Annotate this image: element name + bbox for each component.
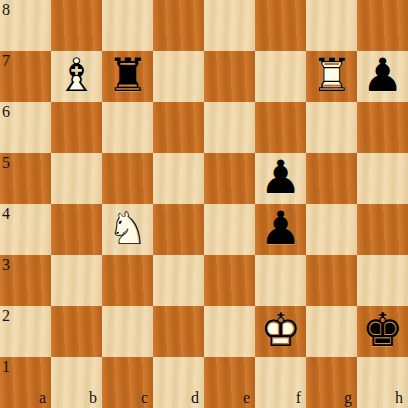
square-d6[interactable]: [153, 102, 204, 153]
square-e4[interactable]: [204, 204, 255, 255]
square-c7[interactable]: ♜: [102, 51, 153, 102]
square-f6[interactable]: [255, 102, 306, 153]
square-c2[interactable]: [102, 306, 153, 357]
rank-label-7: 7: [2, 53, 10, 69]
square-b2[interactable]: [51, 306, 102, 357]
square-b8[interactable]: [51, 0, 102, 51]
square-c4[interactable]: ♞♘: [102, 204, 153, 255]
square-g5[interactable]: [306, 153, 357, 204]
black-pawn[interactable]: ♟: [255, 153, 306, 204]
square-f2[interactable]: ♚♔: [255, 306, 306, 357]
square-f8[interactable]: [255, 0, 306, 51]
rank-label-6: 6: [2, 104, 10, 120]
square-d7[interactable]: [153, 51, 204, 102]
square-d4[interactable]: [153, 204, 204, 255]
square-c6[interactable]: [102, 102, 153, 153]
square-a3[interactable]: 3: [0, 255, 51, 306]
square-c3[interactable]: [102, 255, 153, 306]
white-rook[interactable]: ♜♖: [306, 51, 357, 102]
square-d1[interactable]: d: [153, 357, 204, 408]
square-b6[interactable]: [51, 102, 102, 153]
file-label-e: e: [243, 390, 250, 406]
square-e7[interactable]: [204, 51, 255, 102]
square-h8[interactable]: [357, 0, 408, 51]
white-king[interactable]: ♚♔: [255, 306, 306, 357]
square-a8[interactable]: 8: [0, 0, 51, 51]
square-e8[interactable]: [204, 0, 255, 51]
square-g2[interactable]: [306, 306, 357, 357]
white-king-outline: ♔: [260, 307, 301, 353]
square-a4[interactable]: 4: [0, 204, 51, 255]
rank-label-5: 5: [2, 155, 10, 171]
file-label-a: a: [39, 390, 46, 406]
chess-board: 87♝♗♜♜♖♟65♟4♞♘♟32♚♔♚1abcdefgh: [0, 0, 408, 408]
file-label-b: b: [89, 390, 97, 406]
square-a7[interactable]: 7: [0, 51, 51, 102]
square-c8[interactable]: [102, 0, 153, 51]
white-bishop[interactable]: ♝♗: [51, 51, 102, 102]
square-e6[interactable]: [204, 102, 255, 153]
black-rook[interactable]: ♜: [102, 51, 153, 102]
rank-label-3: 3: [2, 257, 10, 273]
square-b3[interactable]: [51, 255, 102, 306]
square-g1[interactable]: g: [306, 357, 357, 408]
chess-board-window: 87♝♗♜♜♖♟65♟4♞♘♟32♚♔♚1abcdefgh: [0, 0, 408, 408]
file-label-f: f: [296, 390, 301, 406]
square-d3[interactable]: [153, 255, 204, 306]
square-g6[interactable]: [306, 102, 357, 153]
file-label-d: d: [191, 390, 199, 406]
black-pawn[interactable]: ♟: [357, 51, 408, 102]
square-b1[interactable]: b: [51, 357, 102, 408]
square-h3[interactable]: [357, 255, 408, 306]
square-c5[interactable]: [102, 153, 153, 204]
square-h7[interactable]: ♟: [357, 51, 408, 102]
square-e5[interactable]: [204, 153, 255, 204]
square-h2[interactable]: ♚: [357, 306, 408, 357]
square-h5[interactable]: [357, 153, 408, 204]
black-pawn-glyph: ♟: [260, 205, 301, 251]
square-d8[interactable]: [153, 0, 204, 51]
rank-label-8: 8: [2, 2, 10, 18]
square-b7[interactable]: ♝♗: [51, 51, 102, 102]
square-e3[interactable]: [204, 255, 255, 306]
file-label-h: h: [395, 390, 403, 406]
black-rook-glyph: ♜: [107, 52, 148, 98]
square-a5[interactable]: 5: [0, 153, 51, 204]
square-a6[interactable]: 6: [0, 102, 51, 153]
white-bishop-outline: ♗: [56, 52, 97, 98]
square-d2[interactable]: [153, 306, 204, 357]
square-e1[interactable]: e: [204, 357, 255, 408]
square-f5[interactable]: ♟: [255, 153, 306, 204]
square-a2[interactable]: 2: [0, 306, 51, 357]
square-g8[interactable]: [306, 0, 357, 51]
black-pawn-glyph: ♟: [362, 52, 403, 98]
square-b5[interactable]: [51, 153, 102, 204]
square-a1[interactable]: 1a: [0, 357, 51, 408]
square-f7[interactable]: [255, 51, 306, 102]
square-d5[interactable]: [153, 153, 204, 204]
square-g3[interactable]: [306, 255, 357, 306]
black-king-glyph: ♚: [362, 307, 403, 353]
white-knight-outline: ♘: [107, 205, 148, 251]
square-g4[interactable]: [306, 204, 357, 255]
square-f1[interactable]: f: [255, 357, 306, 408]
square-b4[interactable]: [51, 204, 102, 255]
file-label-c: c: [141, 390, 148, 406]
rank-label-2: 2: [2, 308, 10, 324]
square-f4[interactable]: ♟: [255, 204, 306, 255]
white-knight[interactable]: ♞♘: [102, 204, 153, 255]
black-pawn[interactable]: ♟: [255, 204, 306, 255]
black-king[interactable]: ♚: [357, 306, 408, 357]
square-f3[interactable]: [255, 255, 306, 306]
black-pawn-glyph: ♟: [260, 154, 301, 200]
rank-label-1: 1: [2, 359, 10, 375]
square-h6[interactable]: [357, 102, 408, 153]
square-e2[interactable]: [204, 306, 255, 357]
white-rook-outline: ♖: [311, 52, 352, 98]
square-c1[interactable]: c: [102, 357, 153, 408]
file-label-g: g: [344, 390, 352, 406]
square-h4[interactable]: [357, 204, 408, 255]
square-g7[interactable]: ♜♖: [306, 51, 357, 102]
square-h1[interactable]: h: [357, 357, 408, 408]
rank-label-4: 4: [2, 206, 10, 222]
